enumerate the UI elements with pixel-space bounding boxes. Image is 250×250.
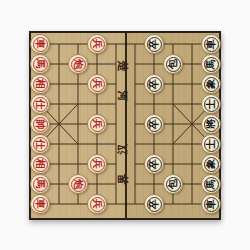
piece-red-advisor[interactable]: 仕 [30,134,50,154]
piece-red-cannon[interactable]: 炮 [68,54,88,74]
piece-ring: 將 [204,117,219,132]
piece-black-cannon[interactable]: 包 [163,174,183,194]
piece-ring: 車 [33,37,48,52]
piece-black-chariot[interactable]: 車 [201,194,221,214]
piece-character: 包 [168,59,178,69]
piece-red-chariot[interactable]: 車 [30,194,50,214]
piece-black-elephant[interactable]: 象 [201,74,221,94]
piece-character: 兵 [92,119,102,129]
river-character: 河 [116,89,130,103]
piece-ring: 炮 [71,177,86,192]
piece-red-soldier[interactable]: 兵 [87,34,107,54]
piece-character: 象 [206,159,216,169]
piece-ring: 馬 [33,177,48,192]
piece-red-chariot[interactable]: 車 [30,34,50,54]
piece-ring: 兵 [90,117,105,132]
piece-ring: 相 [33,77,48,92]
piece-red-soldier[interactable]: 兵 [87,74,107,94]
piece-ring: 象 [204,77,219,92]
piece-character: 兵 [92,39,102,49]
piece-character: 仕 [35,139,45,149]
piece-character: 象 [206,79,216,89]
piece-ring: 士 [204,97,219,112]
piece-ring: 車 [204,37,219,52]
piece-character: 卒 [149,119,159,129]
piece-character: 相 [35,79,45,89]
river-character: 汉 [115,142,129,156]
piece-black-advisor[interactable]: 士 [201,94,221,114]
piece-ring: 相 [33,157,48,172]
piece-character: 馬 [35,179,45,189]
piece-ring: 車 [204,197,219,212]
piece-ring: 包 [166,177,181,192]
piece-black-horse[interactable]: 馬 [201,174,221,194]
piece-ring: 馬 [204,57,219,72]
piece-ring: 馬 [33,57,48,72]
piece-red-elephant[interactable]: 相 [30,74,50,94]
piece-black-chariot[interactable]: 車 [201,34,221,54]
piece-red-advisor[interactable]: 仕 [30,94,50,114]
piece-red-horse[interactable]: 馬 [30,174,50,194]
piece-ring: 兵 [90,77,105,92]
piece-black-soldier[interactable]: 卒 [144,114,164,134]
piece-ring: 仕 [33,97,48,112]
piece-character: 兵 [92,79,102,89]
piece-ring: 卒 [147,77,162,92]
piece-red-cannon[interactable]: 炮 [68,174,88,194]
piece-character: 炮 [73,59,83,69]
piece-red-soldier[interactable]: 兵 [87,194,107,214]
piece-black-soldier[interactable]: 卒 [144,154,164,174]
piece-character: 卒 [149,79,159,89]
piece-black-horse[interactable]: 馬 [201,54,221,74]
piece-ring: 卒 [147,117,162,132]
piece-character: 卒 [149,159,159,169]
piece-character: 馬 [35,59,45,69]
piece-black-soldier[interactable]: 卒 [144,74,164,94]
piece-character: 車 [206,39,216,49]
piece-character: 將 [206,119,216,129]
piece-character: 士 [206,99,216,109]
piece-red-horse[interactable]: 馬 [30,54,50,74]
piece-ring: 帥 [33,117,48,132]
xiangqi-board: 楚河汉界 車馬相仕帥仕相馬車炮炮兵兵兵兵兵車馬象士將士象馬車包包卒卒卒卒卒 [29,31,221,220]
piece-character: 馬 [206,59,216,69]
piece-black-elephant[interactable]: 象 [201,154,221,174]
piece-character: 兵 [92,159,102,169]
piece-ring: 卒 [147,157,162,172]
piece-character: 車 [35,39,45,49]
piece-ring: 車 [33,197,48,212]
piece-ring: 兵 [90,197,105,212]
piece-character: 炮 [73,179,83,189]
river-character: 界 [116,172,130,186]
piece-ring: 包 [166,57,181,72]
piece-red-elephant[interactable]: 相 [30,154,50,174]
piece-red-soldier[interactable]: 兵 [87,114,107,134]
piece-ring: 象 [204,157,219,172]
piece-red-general[interactable]: 帥 [30,114,50,134]
piece-character: 車 [35,199,45,209]
piece-character: 帥 [35,119,45,129]
piece-ring: 仕 [33,137,48,152]
piece-red-soldier[interactable]: 兵 [87,154,107,174]
piece-ring: 兵 [90,37,105,52]
photo-background: 楚河汉界 車馬相仕帥仕相馬車炮炮兵兵兵兵兵車馬象士將士象馬車包包卒卒卒卒卒 [0,0,250,250]
piece-black-soldier[interactable]: 卒 [144,194,164,214]
piece-character: 兵 [92,199,102,209]
piece-ring: 炮 [71,57,86,72]
piece-character: 車 [206,199,216,209]
piece-black-advisor[interactable]: 士 [201,134,221,154]
piece-character: 卒 [149,199,159,209]
piece-character: 卒 [149,39,159,49]
piece-ring: 馬 [204,177,219,192]
piece-ring: 卒 [147,197,162,212]
piece-character: 士 [206,139,216,149]
piece-ring: 兵 [90,157,105,172]
river-character: 楚 [116,59,130,73]
piece-character: 馬 [206,179,216,189]
piece-character: 仕 [35,99,45,109]
piece-character: 相 [35,159,45,169]
piece-ring: 士 [204,137,219,152]
piece-ring: 卒 [147,37,162,52]
piece-black-cannon[interactable]: 包 [163,54,183,74]
piece-character: 包 [168,179,178,189]
piece-black-general[interactable]: 將 [201,114,221,134]
piece-black-soldier[interactable]: 卒 [144,34,164,54]
